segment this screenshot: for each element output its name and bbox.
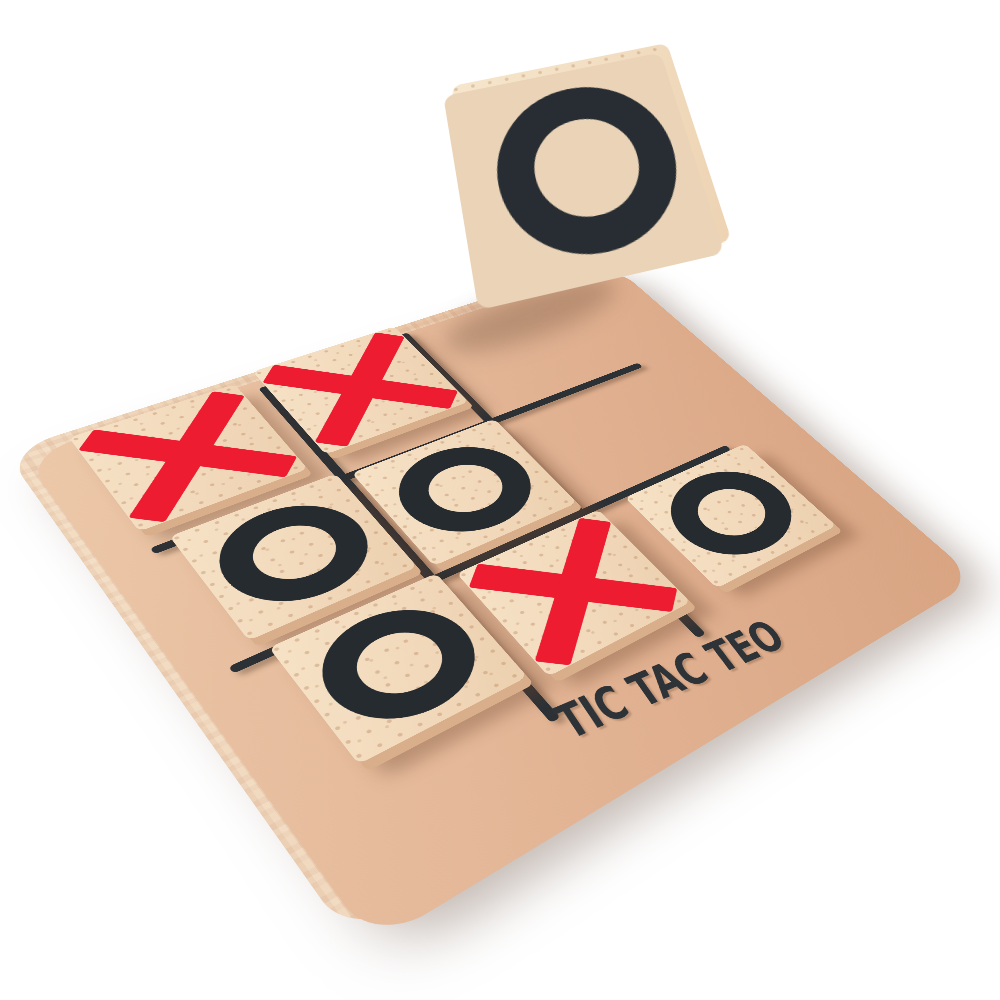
o-glyph	[375, 432, 555, 549]
floating-tile-o[interactable]	[451, 43, 731, 297]
cell-r3c3[interactable]	[625, 444, 837, 589]
tile-x-r1c2[interactable]	[253, 326, 469, 454]
o-glyph	[483, 72, 698, 272]
product-photo-stage: TIC TAC TEO	[0, 0, 1000, 1000]
tile-o-r3c3[interactable]	[625, 444, 837, 589]
board: TIC TAC TEO	[5, 262, 960, 940]
o-glyph	[296, 590, 502, 742]
o-glyph	[195, 489, 393, 622]
cell-r1c2[interactable]	[253, 326, 469, 454]
